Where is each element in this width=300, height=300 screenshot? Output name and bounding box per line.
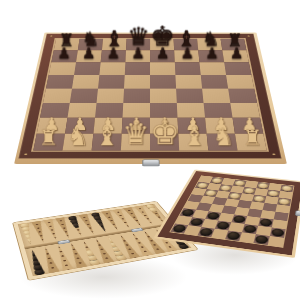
chess-square <box>201 75 228 88</box>
light-checker-disc <box>220 185 232 191</box>
checkers-square <box>221 178 235 185</box>
checkers-square <box>256 182 270 189</box>
checkers-square <box>224 199 239 207</box>
chess-square <box>125 62 150 75</box>
checkers-square <box>198 176 212 183</box>
chess-square: ♞ <box>197 39 222 51</box>
chess-square <box>99 62 125 75</box>
checkers-square <box>200 196 215 204</box>
chess-square: ♟ <box>76 50 102 62</box>
light-checker-disc <box>278 198 290 205</box>
light-checker-disc <box>243 187 255 193</box>
checkers-square <box>210 177 224 184</box>
light-backgammon-checker <box>88 258 101 265</box>
backgammon-point <box>89 237 115 264</box>
light-backgammon-checker <box>84 250 96 257</box>
checkers-square <box>233 180 247 187</box>
chess-square <box>46 75 74 88</box>
chess-square: ♝ <box>102 39 127 51</box>
checkers-square <box>268 183 281 191</box>
backgammon-point <box>51 243 75 271</box>
checkers-board-frame <box>157 171 300 255</box>
checkers-square <box>195 182 210 189</box>
light-backgammon-checker <box>105 237 117 243</box>
dark-pawn-piece: ♟ <box>229 46 243 61</box>
checkers-square <box>207 183 222 191</box>
backgammon-point <box>126 231 155 257</box>
chess-square <box>199 62 226 75</box>
chess-square <box>98 75 125 88</box>
checkers-square <box>215 191 230 199</box>
chess-square: ♛ <box>126 39 150 51</box>
dark-queen-piece: ♛ <box>127 25 149 50</box>
light-backgammon-checker <box>24 238 35 244</box>
dark-backgammon-checker <box>29 254 41 261</box>
dark-bishop-piece: ♝ <box>104 28 123 50</box>
chess-square: ♟ <box>101 50 126 62</box>
light-checker-disc <box>258 183 269 189</box>
checkers-square <box>230 186 244 194</box>
brass-pin-icon <box>50 36 53 37</box>
chess-square: ♟ <box>198 50 224 62</box>
chess-square: ♞ <box>78 39 103 51</box>
chess-square <box>43 89 72 103</box>
backgammon-point <box>38 245 61 274</box>
dark-rook-piece: ♜ <box>58 32 74 49</box>
checkers-square <box>227 192 242 200</box>
dark-pawn-piece: ♟ <box>131 46 145 61</box>
light-rook-piece: ♜ <box>39 128 58 149</box>
light-checker-disc <box>234 180 245 186</box>
backgammon-upper-half <box>18 204 171 247</box>
backgammon-point <box>77 239 103 267</box>
light-backgammon-checker <box>114 254 127 261</box>
chess-square <box>70 89 98 103</box>
checkers-square <box>254 188 268 196</box>
dark-backgammon-checker <box>32 263 44 271</box>
dark-rook-piece: ♜ <box>226 32 242 49</box>
product-photo-stage: ♜♞♝♛♚♝♞♜♟♟♟♟♟♟♟♟♟♟♟♟♟♟♟♟♜♞♝♛♚♝♞♜ <box>0 0 300 300</box>
backgammon-point <box>102 235 129 262</box>
checkers-square <box>212 197 227 205</box>
dark-backgammon-checker <box>27 250 39 257</box>
chess-square <box>175 75 202 88</box>
dark-backgammon-checker <box>70 222 81 228</box>
chess-square <box>228 89 257 103</box>
chess-square <box>175 62 201 75</box>
light-checker-disc <box>196 182 208 188</box>
chess-square: ♛ <box>121 134 150 151</box>
chess-square: ♟ <box>222 50 249 62</box>
checkers-board <box>153 170 300 258</box>
dark-pawn-piece: ♟ <box>180 46 194 61</box>
checkers-square <box>280 185 293 193</box>
checkers-square <box>266 190 280 198</box>
checkers-square <box>268 236 284 247</box>
light-backgammon-checker <box>112 249 125 256</box>
light-backgammon-checker <box>23 234 34 240</box>
chess-square: ♚ <box>150 39 174 51</box>
light-backgammon-checker <box>109 245 121 252</box>
dark-backgammon-checker <box>98 226 109 232</box>
chess-square: ♜ <box>221 39 247 51</box>
chess-square: ♜ <box>54 39 80 51</box>
chess-square <box>97 89 124 103</box>
chess-square <box>226 75 254 88</box>
checkers-square <box>252 195 266 203</box>
chess-square: ♝ <box>174 39 199 51</box>
checkers-board-scene <box>152 124 300 300</box>
dark-knight-piece: ♞ <box>201 30 219 50</box>
light-backgammon-checker <box>86 254 98 261</box>
backgammon-point <box>114 233 142 259</box>
dark-checker-disc <box>227 231 241 240</box>
chess-square: ♞ <box>62 134 93 151</box>
dark-bishop-piece: ♝ <box>176 28 195 50</box>
chess-square <box>123 89 150 103</box>
brass-pin-icon <box>24 154 27 156</box>
dark-backgammon-checker <box>30 259 42 266</box>
chess-square <box>224 62 251 75</box>
light-checker-disc <box>253 195 265 202</box>
light-backgammon-checker <box>107 241 119 248</box>
chess-square: ♟ <box>174 50 199 62</box>
chess-square <box>72 75 99 88</box>
light-checker-disc <box>211 178 223 184</box>
dark-pawn-piece: ♟ <box>156 46 170 61</box>
dark-checker-disc <box>255 235 269 244</box>
light-checker-disc <box>205 190 217 196</box>
backgammon-point <box>25 247 47 276</box>
checkers-square <box>203 189 218 197</box>
light-knight-piece: ♞ <box>66 125 88 149</box>
backgammon-point <box>64 241 89 269</box>
dark-pawn-piece: ♟ <box>57 46 71 61</box>
dark-pawn-piece: ♟ <box>106 46 120 61</box>
chess-square <box>150 89 177 103</box>
light-bishop-piece: ♝ <box>95 123 118 149</box>
chess-square <box>202 89 230 103</box>
light-checker-disc <box>281 185 292 191</box>
dark-pawn-piece: ♟ <box>205 46 219 61</box>
chess-square <box>176 89 203 103</box>
checkers-square <box>240 193 255 201</box>
chess-square: ♟ <box>51 50 78 62</box>
chess-square: ♝ <box>92 134 122 151</box>
chess-square: ♜ <box>33 134 65 151</box>
light-checker-disc <box>268 190 279 197</box>
checkers-square <box>188 194 204 202</box>
hinge-icon <box>131 228 144 233</box>
dark-king-piece: ♚ <box>150 22 175 49</box>
chess-square <box>150 75 176 88</box>
chess-square: ♟ <box>125 50 150 62</box>
checkers-square <box>191 188 206 196</box>
checkers-grid <box>170 176 293 247</box>
chess-square <box>150 62 175 75</box>
checkers-square <box>277 197 291 205</box>
chess-square <box>74 62 101 75</box>
dark-knight-piece: ♞ <box>81 30 99 50</box>
dark-backgammon-checker <box>33 268 45 276</box>
checkers-square <box>244 181 258 188</box>
checkers-square <box>218 184 232 192</box>
brass-pin-icon <box>247 36 250 37</box>
checkers-square <box>264 196 278 204</box>
chess-square <box>124 75 150 88</box>
chess-square <box>49 62 76 75</box>
checkers-square <box>279 191 293 199</box>
dark-pawn-piece: ♟ <box>82 46 96 61</box>
checkers-square <box>242 187 256 195</box>
light-queen-piece: ♛ <box>122 119 149 149</box>
chess-square: ♟ <box>150 50 175 62</box>
light-checker-disc <box>229 192 241 199</box>
